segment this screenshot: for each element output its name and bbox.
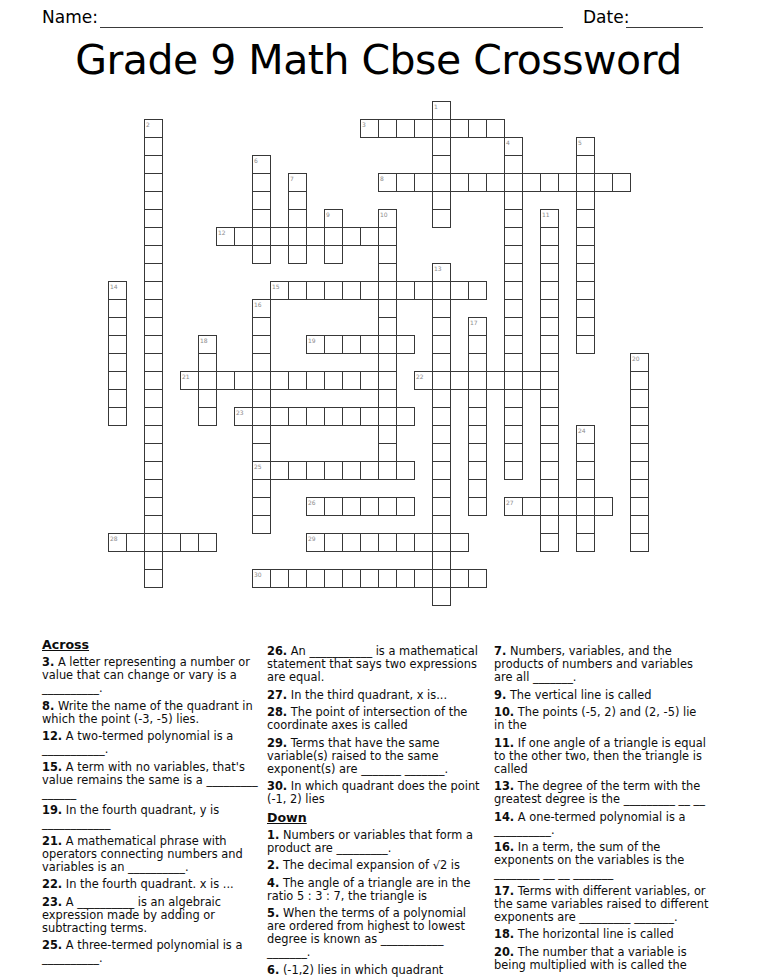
clue-number: 29. (267, 736, 287, 750)
grid-cell[interactable] (504, 227, 523, 246)
grid-cell[interactable] (540, 317, 559, 336)
grid-cell[interactable] (252, 245, 271, 264)
grid-cell[interactable] (342, 281, 361, 300)
grid-cell-number: 13 (434, 266, 442, 272)
grid-cell[interactable] (540, 245, 559, 264)
grid-cell[interactable] (630, 407, 649, 426)
grid-cell[interactable] (432, 155, 451, 174)
grid-cell[interactable] (576, 461, 595, 480)
grid-cell[interactable] (540, 407, 559, 426)
grid-cell[interactable] (252, 353, 271, 372)
grid-cell[interactable] (450, 569, 469, 588)
grid-cell[interactable] (468, 335, 487, 354)
grid-cell-number: 11 (542, 212, 550, 218)
grid-cell[interactable] (378, 281, 397, 300)
clue-text: (-1,2) lies in which quadrant (279, 963, 443, 977)
grid-cell[interactable] (144, 173, 163, 192)
grid-cell[interactable] (594, 173, 613, 192)
grid-cell[interactable] (144, 461, 163, 480)
grid-cell[interactable] (540, 533, 559, 552)
grid-cell[interactable] (288, 191, 307, 210)
grid-cell[interactable] (450, 173, 469, 192)
grid-cell[interactable] (468, 443, 487, 462)
grid-cell[interactable] (468, 425, 487, 444)
grid-cell-number: 10 (380, 212, 388, 218)
grid-cell[interactable] (576, 173, 595, 192)
grid-cell[interactable] (468, 461, 487, 480)
grid-cell[interactable] (414, 281, 433, 300)
grid-cell[interactable] (360, 569, 379, 588)
grid-cell[interactable] (378, 299, 397, 318)
grid-cell[interactable] (432, 371, 451, 390)
grid-cell[interactable] (486, 173, 505, 192)
clue-number: 21. (42, 834, 62, 848)
grid-cell[interactable] (504, 209, 523, 228)
grid-cell[interactable] (378, 263, 397, 282)
grid-cell[interactable] (108, 371, 127, 390)
grid-cell[interactable] (378, 335, 397, 354)
grid-cell[interactable] (432, 443, 451, 462)
grid-cell[interactable] (198, 389, 217, 408)
grid-cell[interactable] (306, 461, 325, 480)
grid-cell[interactable] (378, 353, 397, 372)
grid-cell[interactable] (540, 497, 559, 516)
down-clues-part-2: 7. Numbers, variables, and the products … (494, 645, 710, 980)
clue-number: 19. (42, 803, 62, 817)
grid-cell[interactable] (342, 335, 361, 354)
grid-cell[interactable] (144, 425, 163, 444)
grid-cell[interactable] (324, 281, 343, 300)
grid-cell[interactable] (630, 533, 649, 552)
grid-cell[interactable] (432, 281, 451, 300)
grid-cell[interactable] (630, 479, 649, 498)
grid-cell[interactable] (144, 551, 163, 570)
grid-cell[interactable] (162, 533, 181, 552)
grid-cell[interactable] (540, 335, 559, 354)
clue-text: In the fourth quadrant. x is ... (62, 877, 234, 891)
grid-cell[interactable] (504, 191, 523, 210)
grid-cell[interactable] (432, 569, 451, 588)
grid-cell[interactable] (432, 353, 451, 372)
grid-cell[interactable] (342, 461, 361, 480)
grid-cell-number: 20 (632, 356, 640, 362)
grid-cell[interactable] (288, 245, 307, 264)
grid-cell[interactable] (288, 209, 307, 228)
grid-cell[interactable] (324, 245, 343, 264)
grid-cell[interactable] (288, 569, 307, 588)
grid-cell[interactable] (126, 533, 145, 552)
grid-cell[interactable] (144, 209, 163, 228)
grid-cell[interactable] (540, 227, 559, 246)
grid-cell[interactable] (576, 497, 595, 516)
grid-cell[interactable] (396, 407, 415, 426)
grid-cell[interactable] (612, 173, 631, 192)
grid-cell[interactable] (288, 371, 307, 390)
grid-cell[interactable] (468, 371, 487, 390)
grid-cell[interactable] (504, 263, 523, 282)
grid-cell[interactable] (378, 227, 397, 246)
grid-cell[interactable] (504, 317, 523, 336)
grid-cell[interactable] (378, 497, 397, 516)
grid-cell-number: 12 (218, 230, 226, 236)
grid-cell[interactable] (540, 281, 559, 300)
grid-cell[interactable] (504, 389, 523, 408)
grid-cell[interactable] (306, 281, 325, 300)
grid-cell[interactable] (432, 497, 451, 516)
grid-cell[interactable] (396, 335, 415, 354)
grid-cell[interactable] (252, 443, 271, 462)
grid-cell[interactable] (306, 407, 325, 426)
grid-cell[interactable] (252, 515, 271, 534)
grid-cell[interactable] (504, 443, 523, 462)
grid-cell[interactable] (432, 407, 451, 426)
grid-cell[interactable] (378, 245, 397, 264)
grid-cell[interactable] (576, 227, 595, 246)
grid-cell[interactable] (270, 371, 289, 390)
grid-cell[interactable] (432, 209, 451, 228)
grid-cell[interactable] (324, 461, 343, 480)
grid-cell[interactable] (576, 155, 595, 174)
grid-cell[interactable] (468, 407, 487, 426)
grid-cell[interactable] (432, 425, 451, 444)
grid-cell[interactable] (432, 551, 451, 570)
grid-cell[interactable] (432, 587, 451, 606)
grid-cell[interactable] (396, 497, 415, 516)
grid-cell[interactable] (234, 371, 253, 390)
grid-cell[interactable] (630, 515, 649, 534)
clue-number: 25. (42, 938, 62, 952)
grid-cell[interactable] (396, 173, 415, 192)
grid-cell[interactable] (360, 227, 379, 246)
grid-cell[interactable] (630, 425, 649, 444)
grid-cell[interactable] (378, 461, 397, 480)
grid-cell[interactable] (432, 119, 451, 138)
grid-cell[interactable] (504, 173, 523, 192)
grid-cell-number: 27 (506, 500, 514, 506)
grid-cell[interactable] (378, 317, 397, 336)
grid-cell[interactable] (432, 389, 451, 408)
grid-cell[interactable] (198, 371, 217, 390)
grid-cell[interactable] (432, 299, 451, 318)
grid-cell[interactable] (288, 227, 307, 246)
grid-cell[interactable] (252, 335, 271, 354)
grid-cell[interactable] (576, 317, 595, 336)
grid-cell[interactable] (504, 245, 523, 264)
grid-cell[interactable] (378, 569, 397, 588)
grid-cell[interactable] (144, 353, 163, 372)
grid-cell[interactable] (252, 425, 271, 444)
grid-cell[interactable] (270, 461, 289, 480)
grid-cell[interactable] (432, 191, 451, 210)
grid-cell[interactable] (324, 533, 343, 552)
grid-cell[interactable] (360, 533, 379, 552)
grid-cell[interactable] (360, 371, 379, 390)
clue: 29. Terms that have the same variable(s)… (267, 737, 483, 776)
grid-cell[interactable] (594, 497, 613, 516)
clues-column-3: 7. Numbers, variables, and the products … (494, 645, 710, 980)
grid-cell[interactable] (396, 533, 415, 552)
grid-cell[interactable] (144, 479, 163, 498)
grid-cell[interactable] (342, 497, 361, 516)
grid-cell[interactable] (396, 119, 415, 138)
grid-cell[interactable] (324, 407, 343, 426)
grid-cell[interactable] (288, 407, 307, 426)
grid-cell[interactable] (630, 371, 649, 390)
grid-cell[interactable] (432, 173, 451, 192)
clue: 18. The horizontal line is called (494, 928, 710, 941)
grid-cell[interactable] (504, 335, 523, 354)
grid-cell[interactable] (252, 389, 271, 408)
grid-cell[interactable] (360, 335, 379, 354)
grid-cell[interactable] (252, 407, 271, 426)
grid-cell[interactable] (522, 173, 541, 192)
grid-cell[interactable] (306, 569, 325, 588)
grid-cell[interactable] (252, 317, 271, 336)
clue-text: Numbers or variables that form a product… (267, 828, 473, 855)
grid-cell[interactable] (342, 533, 361, 552)
grid-cell[interactable] (486, 371, 505, 390)
grid-cell[interactable] (540, 299, 559, 318)
grid-cell[interactable] (306, 371, 325, 390)
across-clues-part-1: 3. A letter representing a number or val… (42, 656, 258, 965)
grid-cell[interactable] (432, 317, 451, 336)
grid-cell[interactable] (252, 209, 271, 228)
grid-cell[interactable] (270, 227, 289, 246)
grid-cell[interactable] (504, 461, 523, 480)
clue: 21. A mathematical phrase with operators… (42, 835, 258, 874)
grid-cell[interactable] (288, 281, 307, 300)
down-clues-part-1: 1. Numbers or variables that form a prod… (267, 829, 483, 977)
grid-cell[interactable] (414, 173, 433, 192)
grid-cell-number: 14 (110, 284, 118, 290)
grid-cell[interactable] (540, 479, 559, 498)
clue-number: 10. (494, 705, 514, 719)
grid-cell[interactable] (252, 191, 271, 210)
grid-cell[interactable] (144, 335, 163, 354)
grid-cell[interactable] (396, 569, 415, 588)
grid-cell[interactable] (324, 569, 343, 588)
clue: 17. Terms with different variables, or t… (494, 885, 710, 924)
grid-cell[interactable] (144, 191, 163, 210)
grid-cell[interactable] (108, 335, 127, 354)
grid-cell[interactable] (144, 317, 163, 336)
grid-cell[interactable] (144, 515, 163, 534)
grid-cell[interactable] (504, 371, 523, 390)
grid-cell[interactable] (576, 533, 595, 552)
grid-cell[interactable] (468, 173, 487, 192)
grid-cell[interactable] (144, 299, 163, 318)
grid-cell[interactable] (144, 497, 163, 516)
grid-cell[interactable] (360, 407, 379, 426)
grid-cell[interactable] (468, 389, 487, 408)
grid-cell[interactable] (576, 443, 595, 462)
grid-cell[interactable] (378, 407, 397, 426)
grid-cell[interactable] (342, 407, 361, 426)
grid-cell[interactable] (504, 407, 523, 426)
grid-cell[interactable] (252, 173, 271, 192)
grid-cell[interactable] (468, 479, 487, 498)
grid-cell[interactable] (450, 281, 469, 300)
clue: 5. When the terms of a polynomial are or… (267, 907, 483, 959)
grid-cell-number: 6 (254, 158, 258, 164)
grid-cell[interactable] (144, 155, 163, 174)
grid-cell[interactable] (630, 461, 649, 480)
grid-cell[interactable] (630, 443, 649, 462)
crossword-grid: 1234567891011121314151617181920212223242… (108, 101, 649, 606)
grid-cell[interactable] (108, 317, 127, 336)
grid-cell[interactable] (144, 245, 163, 264)
grid-cell-number: 30 (254, 572, 262, 578)
grid-cell[interactable] (576, 263, 595, 282)
grid-cell[interactable] (144, 389, 163, 408)
grid-cell[interactable] (144, 227, 163, 246)
clue: 6. (-1,2) lies in which quadrant (267, 964, 483, 977)
grid-cell[interactable] (144, 371, 163, 390)
grid-cell[interactable] (540, 263, 559, 282)
grid-cell[interactable] (540, 173, 559, 192)
grid-cell[interactable] (198, 353, 217, 372)
grid-cell[interactable] (198, 533, 217, 552)
clue-text: The degree of the term with the greatest… (494, 779, 705, 806)
grid-cell[interactable] (576, 479, 595, 498)
grid-cell[interactable] (198, 407, 217, 426)
grid-cell[interactable] (576, 335, 595, 354)
clue-text: A mathematical phrase with operators con… (42, 834, 243, 874)
grid-cell[interactable] (144, 407, 163, 426)
grid-cell[interactable] (540, 353, 559, 372)
grid-cell[interactable] (144, 533, 163, 552)
grid-cell[interactable] (252, 497, 271, 516)
grid-cell[interactable] (504, 155, 523, 174)
grid-cell[interactable] (540, 515, 559, 534)
grid-cell[interactable] (324, 371, 343, 390)
grid-cell[interactable] (378, 443, 397, 462)
grid-cell-number: 7 (290, 176, 294, 182)
grid-cell[interactable] (468, 281, 487, 300)
grid-cell[interactable] (108, 299, 127, 318)
grid-cell[interactable] (414, 533, 433, 552)
grid-cell[interactable] (144, 443, 163, 462)
grid-cell[interactable] (414, 569, 433, 588)
grid-cell[interactable] (540, 461, 559, 480)
grid-cell[interactable] (558, 497, 577, 516)
grid-cell[interactable] (504, 353, 523, 372)
grid-cell[interactable] (522, 371, 541, 390)
grid-cell[interactable] (630, 497, 649, 516)
grid-cell[interactable] (378, 425, 397, 444)
grid-cell[interactable] (360, 461, 379, 480)
grid-cell[interactable] (396, 281, 415, 300)
name-blank-line[interactable] (100, 11, 563, 28)
grid-cell[interactable] (324, 227, 343, 246)
grid-cell[interactable] (540, 371, 559, 390)
grid-cell[interactable] (342, 569, 361, 588)
date-blank-line[interactable] (626, 11, 703, 28)
grid-cell[interactable] (342, 227, 361, 246)
clue-text: In the third quadrant, x is... (287, 688, 447, 702)
grid-cell[interactable] (252, 479, 271, 498)
grid-cell[interactable] (306, 227, 325, 246)
grid-cell[interactable] (432, 461, 451, 480)
grid-cell-number: 26 (308, 500, 316, 506)
grid-cell[interactable] (432, 137, 451, 156)
grid-cell[interactable] (504, 425, 523, 444)
grid-cell[interactable] (324, 335, 343, 354)
grid-cell[interactable] (378, 371, 397, 390)
grid-cell[interactable] (576, 299, 595, 318)
grid-cell[interactable] (234, 227, 253, 246)
grid-cell[interactable] (432, 533, 451, 552)
grid-cell[interactable] (576, 209, 595, 228)
page-title: Grade 9 Math Cbse Crossword (0, 36, 757, 84)
grid-cell[interactable] (288, 461, 307, 480)
grid-cell[interactable] (414, 119, 433, 138)
grid-cell[interactable] (432, 479, 451, 498)
grid-cell[interactable] (378, 119, 397, 138)
grid-cell[interactable] (378, 389, 397, 408)
grid-cell[interactable] (540, 443, 559, 462)
grid-cell[interactable] (108, 407, 127, 426)
grid-cell[interactable] (180, 533, 199, 552)
grid-cell[interactable] (432, 335, 451, 354)
grid-cell[interactable] (396, 461, 415, 480)
grid-cell[interactable] (432, 515, 451, 534)
grid-cell[interactable] (540, 389, 559, 408)
grid-cell[interactable] (360, 281, 379, 300)
grid-cell[interactable] (576, 281, 595, 300)
grid-cell[interactable] (504, 299, 523, 318)
clue: 30. In which quadrant does the point (-1… (267, 780, 483, 806)
grid-cell[interactable] (576, 515, 595, 534)
grid-cell[interactable] (342, 371, 361, 390)
grid-cell[interactable] (252, 371, 271, 390)
grid-cell[interactable] (270, 407, 289, 426)
grid-cell[interactable] (252, 227, 271, 246)
grid-cell[interactable] (468, 497, 487, 516)
clue-text: The horizontal line is called (514, 927, 674, 941)
grid-cell[interactable] (144, 137, 163, 156)
grid-cell[interactable] (522, 497, 541, 516)
grid-cell[interactable] (558, 173, 577, 192)
grid-cell[interactable] (450, 533, 469, 552)
grid-cell[interactable] (468, 569, 487, 588)
clue-number: 4. (267, 876, 279, 890)
clue-number: 15. (42, 760, 62, 774)
grid-cell[interactable] (450, 119, 469, 138)
grid-cell[interactable] (504, 281, 523, 300)
grid-cell[interactable] (216, 371, 235, 390)
grid-cell[interactable] (324, 497, 343, 516)
grid-cell[interactable] (108, 353, 127, 372)
grid-cell[interactable] (108, 389, 127, 408)
grid-cell[interactable] (540, 425, 559, 444)
grid-cell[interactable] (144, 569, 163, 588)
grid-cell[interactable] (468, 353, 487, 372)
grid-cell[interactable] (468, 119, 487, 138)
grid-cell[interactable] (450, 371, 469, 390)
grid-cell[interactable] (576, 245, 595, 264)
grid-cell[interactable] (270, 569, 289, 588)
grid-cell[interactable] (630, 389, 649, 408)
grid-cell[interactable] (144, 263, 163, 282)
grid-cell-number: 22 (416, 374, 424, 380)
grid-cell[interactable] (360, 497, 379, 516)
grid-cell[interactable] (144, 281, 163, 300)
grid-cell[interactable] (486, 119, 505, 138)
grid-cell[interactable] (378, 533, 397, 552)
grid-cell[interactable] (576, 191, 595, 210)
clue-text: The angle of a triangle are in the ratio… (267, 876, 470, 903)
